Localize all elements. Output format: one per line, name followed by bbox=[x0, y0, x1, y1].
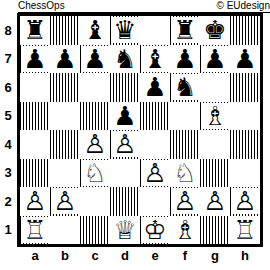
square-f7: ♟ bbox=[170, 45, 200, 74]
square-h8 bbox=[230, 16, 260, 45]
white-pawn: ♙ bbox=[142, 160, 167, 186]
square-e6: ♟ bbox=[140, 73, 170, 102]
square-c7: ♟ bbox=[80, 45, 110, 74]
black-bishop: ♝ bbox=[142, 46, 167, 72]
square-f3: ♘ bbox=[170, 159, 200, 188]
square-e3: ♙ bbox=[140, 159, 170, 188]
square-g3 bbox=[200, 159, 230, 188]
square-h4 bbox=[230, 130, 260, 159]
square-b2: ♙ bbox=[50, 187, 80, 216]
rank-label-1: 1 bbox=[0, 216, 16, 245]
file-label-h: h bbox=[230, 248, 260, 263]
square-h6 bbox=[230, 73, 260, 102]
square-a1: ♖ bbox=[20, 216, 50, 245]
square-b8 bbox=[50, 16, 80, 45]
black-rook: ♜ bbox=[22, 17, 47, 43]
copyright-notice: © EUdesign bbox=[216, 0, 270, 11]
square-c4: ♙ bbox=[80, 130, 110, 159]
square-f8: ♜ bbox=[170, 16, 200, 45]
square-g1 bbox=[200, 216, 230, 245]
white-bishop: ♗ bbox=[172, 217, 197, 243]
rank-label-2: 2 bbox=[0, 187, 16, 216]
square-g4 bbox=[200, 130, 230, 159]
square-g2: ♙ bbox=[200, 187, 230, 216]
square-f2: ♙ bbox=[170, 187, 200, 216]
square-a5 bbox=[20, 102, 50, 131]
square-e5 bbox=[140, 102, 170, 131]
square-a3 bbox=[20, 159, 50, 188]
square-a4 bbox=[20, 130, 50, 159]
square-h3 bbox=[230, 159, 260, 188]
square-f1: ♗ bbox=[170, 216, 200, 245]
square-g6 bbox=[200, 73, 230, 102]
white-knight: ♘ bbox=[172, 160, 197, 186]
black-knight: ♞ bbox=[172, 74, 197, 100]
black-pawn: ♟ bbox=[22, 46, 47, 72]
square-c2 bbox=[80, 187, 110, 216]
file-labels: abcdefgh bbox=[20, 248, 260, 263]
black-pawn: ♟ bbox=[202, 46, 227, 72]
square-d7: ♞ bbox=[110, 45, 140, 74]
rank-label-7: 7 bbox=[0, 45, 16, 74]
square-h1: ♖ bbox=[230, 216, 260, 245]
black-bishop: ♝ bbox=[82, 17, 107, 43]
square-f5 bbox=[170, 102, 200, 131]
square-a7: ♟ bbox=[20, 45, 50, 74]
square-e1: ♔ bbox=[140, 216, 170, 245]
file-label-e: e bbox=[140, 248, 170, 263]
square-e2 bbox=[140, 187, 170, 216]
black-pawn: ♟ bbox=[142, 74, 167, 100]
square-e8 bbox=[140, 16, 170, 45]
square-d5: ♟ bbox=[110, 102, 140, 131]
square-c5 bbox=[80, 102, 110, 131]
square-d1: ♕ bbox=[110, 216, 140, 245]
black-pawn: ♟ bbox=[172, 46, 197, 72]
square-g8: ♚ bbox=[200, 16, 230, 45]
square-a6 bbox=[20, 73, 50, 102]
white-king: ♔ bbox=[142, 217, 167, 243]
black-queen: ♛ bbox=[112, 17, 137, 43]
white-knight: ♘ bbox=[82, 160, 107, 186]
app-title: ChessOps bbox=[18, 0, 65, 11]
square-h2: ♙ bbox=[230, 187, 260, 216]
square-f4 bbox=[170, 130, 200, 159]
square-b4 bbox=[50, 130, 80, 159]
black-pawn: ♟ bbox=[232, 46, 257, 72]
square-c3: ♘ bbox=[80, 159, 110, 188]
square-c6 bbox=[80, 73, 110, 102]
white-pawn: ♙ bbox=[202, 188, 227, 214]
file-label-b: b bbox=[50, 248, 80, 263]
rank-label-6: 6 bbox=[0, 73, 16, 102]
file-label-c: c bbox=[80, 248, 110, 263]
square-d6 bbox=[110, 73, 140, 102]
rank-label-4: 4 bbox=[0, 130, 16, 159]
file-label-d: d bbox=[110, 248, 140, 263]
square-h7: ♟ bbox=[230, 45, 260, 74]
square-b1 bbox=[50, 216, 80, 245]
rank-label-5: 5 bbox=[0, 102, 16, 131]
square-a8: ♜ bbox=[20, 16, 50, 45]
file-label-f: f bbox=[170, 248, 200, 263]
chessops-diagram-page: ChessOps © EUdesign 87654321 ♜♝♛♜♚♟♟♟♞♝♟… bbox=[0, 0, 270, 270]
black-king: ♚ bbox=[202, 17, 227, 43]
square-b3 bbox=[50, 159, 80, 188]
square-b7: ♟ bbox=[50, 45, 80, 74]
black-rook: ♜ bbox=[172, 17, 197, 43]
square-f6: ♞ bbox=[170, 73, 200, 102]
square-c8: ♝ bbox=[80, 16, 110, 45]
header-bar: ChessOps © EUdesign bbox=[18, 0, 270, 13]
file-label-g: g bbox=[200, 248, 230, 263]
rank-label-8: 8 bbox=[0, 16, 16, 45]
square-d3 bbox=[110, 159, 140, 188]
black-knight: ♞ bbox=[112, 46, 137, 72]
square-d8: ♛ bbox=[110, 16, 140, 45]
white-pawn: ♙ bbox=[22, 188, 47, 214]
white-rook: ♖ bbox=[22, 217, 47, 243]
black-pawn: ♟ bbox=[82, 46, 107, 72]
rank-label-3: 3 bbox=[0, 159, 16, 188]
white-rook: ♖ bbox=[232, 217, 257, 243]
square-d2 bbox=[110, 187, 140, 216]
square-a2: ♙ bbox=[20, 187, 50, 216]
square-b6 bbox=[50, 73, 80, 102]
square-d4: ♙ bbox=[110, 130, 140, 159]
white-pawn: ♙ bbox=[82, 131, 107, 157]
file-label-a: a bbox=[20, 248, 50, 263]
square-c1 bbox=[80, 216, 110, 245]
white-queen: ♕ bbox=[112, 217, 137, 243]
white-pawn: ♙ bbox=[232, 188, 257, 214]
white-bishop: ♗ bbox=[202, 103, 227, 129]
white-pawn: ♙ bbox=[52, 188, 77, 214]
rank-labels: 87654321 bbox=[0, 16, 16, 244]
chess-board: ♜♝♛♜♚♟♟♟♞♝♟♟♟♟♞♟♗♙♙♘♙♘♙♙♙♙♙♖♕♔♗♖ bbox=[17, 13, 263, 247]
white-pawn: ♙ bbox=[172, 188, 197, 214]
black-pawn: ♟ bbox=[52, 46, 77, 72]
square-g7: ♟ bbox=[200, 45, 230, 74]
square-e4 bbox=[140, 130, 170, 159]
square-h5 bbox=[230, 102, 260, 131]
square-b5 bbox=[50, 102, 80, 131]
square-e7: ♝ bbox=[140, 45, 170, 74]
white-pawn: ♙ bbox=[112, 131, 137, 157]
square-g5: ♗ bbox=[200, 102, 230, 131]
black-pawn: ♟ bbox=[112, 103, 137, 129]
